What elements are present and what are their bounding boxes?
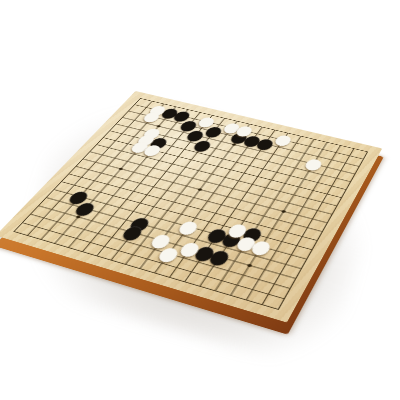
goban-photo-scene: ●●●●●●●●●●●●●●●●●●●●●●●●●●●●●●●●●●●●● xyxy=(0,0,400,400)
